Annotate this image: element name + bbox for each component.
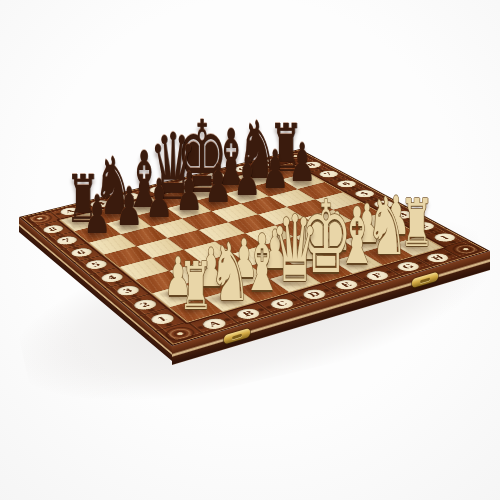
file-label-h-near-medallion: H bbox=[422, 251, 454, 264]
rank-label-2-right-medallion: 2 bbox=[408, 220, 438, 232]
brass-hinge-right bbox=[412, 272, 438, 289]
file-label-d-near-medallion: D bbox=[298, 287, 331, 301]
file-label-a-near-medallion: A bbox=[197, 316, 230, 332]
file-label-c-near-medallion: C bbox=[265, 296, 298, 311]
rank-label-4-right-medallion: 4 bbox=[369, 199, 398, 210]
file-label-e-near-medallion: E bbox=[330, 278, 362, 292]
rank-label-1-left-medallion: 1 bbox=[146, 312, 179, 327]
rank-label-3-right-medallion: 3 bbox=[388, 209, 418, 221]
hinge-pin bbox=[232, 333, 242, 339]
file-label-f-near-medallion: F bbox=[361, 269, 393, 283]
hinge-pin bbox=[420, 277, 430, 283]
file-label-g-near-medallion: G bbox=[392, 260, 424, 273]
product-photo: AA88BB77CC66DD55EE44FF33GG22HH11 ♜♞♝♛♚♝♞… bbox=[0, 0, 500, 500]
file-label-b-near-medallion: B bbox=[232, 306, 265, 321]
brass-hinge-left bbox=[224, 328, 250, 345]
